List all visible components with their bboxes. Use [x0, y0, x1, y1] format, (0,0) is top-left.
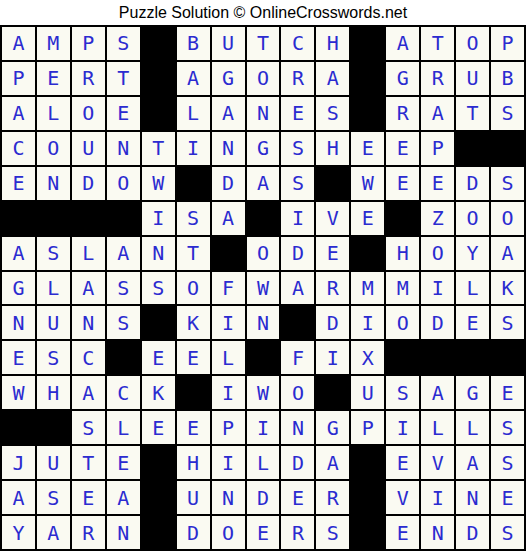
letter-cell-r3c12: R: [386, 97, 419, 130]
letter-cell-r5c1: E: [2, 167, 35, 200]
block-cell-r1c11: [351, 27, 384, 60]
letter-cell-r12c4: L: [107, 411, 140, 444]
letter-cell-r7c6: T: [177, 237, 210, 270]
title-bar: Puzzle Solution © OnlineCrosswords.net: [0, 0, 526, 25]
letter-cell-r15c15: S: [491, 516, 524, 549]
letter-cell-r14c13: I: [421, 481, 454, 514]
letter-cell-r5c9: S: [281, 167, 314, 200]
letter-cell-r10c11: X: [351, 341, 384, 374]
letter-cell-r8c13: I: [421, 272, 454, 305]
letter-cell-r7c15: A: [491, 237, 524, 270]
letter-cell-r12c7: P: [212, 411, 245, 444]
block-cell-r10c14: [456, 341, 489, 374]
letter-cell-r9c14: E: [456, 306, 489, 339]
letter-cell-r8c8: W: [247, 272, 280, 305]
letter-cell-r2c2: E: [37, 62, 70, 95]
letter-cell-r10c2: S: [37, 341, 70, 374]
letter-cell-r12c5: E: [142, 411, 175, 444]
block-cell-r11c10: [316, 376, 349, 409]
block-cell-r7c7: [212, 237, 245, 270]
letter-cell-r12c11: P: [351, 411, 384, 444]
block-cell-r13c5: [142, 446, 175, 479]
letter-cell-r10c9: F: [281, 341, 314, 374]
letter-cell-r5c11: W: [351, 167, 384, 200]
block-cell-r6c3: [72, 202, 105, 235]
letter-cell-r14c3: E: [72, 481, 105, 514]
letter-cell-r12c8: I: [247, 411, 280, 444]
letter-cell-r2c14: U: [456, 62, 489, 95]
letter-cell-r1c3: P: [72, 27, 105, 60]
letter-cell-r10c7: L: [212, 341, 245, 374]
letter-cell-r7c10: E: [316, 237, 349, 270]
letter-cell-r5c8: A: [247, 167, 280, 200]
letter-cell-r4c12: E: [386, 132, 419, 165]
letter-cell-r7c9: D: [281, 237, 314, 270]
letter-cell-r1c4: S: [107, 27, 140, 60]
letter-cell-r15c3: R: [72, 516, 105, 549]
letter-cell-r15c1: Y: [2, 516, 35, 549]
letter-cell-r8c10: R: [316, 272, 349, 305]
letter-cell-r1c2: M: [37, 27, 70, 60]
letter-cell-r14c9: E: [281, 481, 314, 514]
letter-cell-r8c1: G: [2, 272, 35, 305]
letter-cell-r7c8: O: [247, 237, 280, 270]
letter-cell-r9c8: N: [247, 306, 280, 339]
letter-cell-r3c14: T: [456, 97, 489, 130]
block-cell-r10c4: [107, 341, 140, 374]
block-cell-r10c12: [386, 341, 419, 374]
letter-cell-r9c7: I: [212, 306, 245, 339]
letter-cell-r11c3: A: [72, 376, 105, 409]
letter-cell-r8c2: L: [37, 272, 70, 305]
letter-cell-r7c1: A: [2, 237, 35, 270]
block-cell-r5c10: [316, 167, 349, 200]
letter-cell-r13c10: A: [316, 446, 349, 479]
letter-cell-r3c1: A: [2, 97, 35, 130]
letter-cell-r5c12: E: [386, 167, 419, 200]
letter-cell-r5c13: E: [421, 167, 454, 200]
letter-cell-r14c15: E: [491, 481, 524, 514]
letter-cell-r2c9: R: [281, 62, 314, 95]
letter-cell-r3c3: O: [72, 97, 105, 130]
letter-cell-r8c12: M: [386, 272, 419, 305]
letter-cell-r14c14: N: [456, 481, 489, 514]
letter-cell-r6c14: O: [456, 202, 489, 235]
letter-cell-r11c15: E: [491, 376, 524, 409]
letter-cell-r2c4: T: [107, 62, 140, 95]
block-cell-r2c5: [142, 62, 175, 95]
letter-cell-r8c6: O: [177, 272, 210, 305]
letter-cell-r12c10: G: [316, 411, 349, 444]
letter-cell-r14c7: N: [212, 481, 245, 514]
letter-cell-r14c8: D: [247, 481, 280, 514]
letter-cell-r2c6: A: [177, 62, 210, 95]
letter-cell-r14c10: R: [316, 481, 349, 514]
letter-cell-r4c1: C: [2, 132, 35, 165]
letter-cell-r15c13: N: [421, 516, 454, 549]
letter-cell-r2c13: R: [421, 62, 454, 95]
letter-cell-r11c8: W: [247, 376, 280, 409]
letter-cell-r3c2: L: [37, 97, 70, 130]
letter-cell-r2c3: R: [72, 62, 105, 95]
block-cell-r3c11: [351, 97, 384, 130]
letter-cell-r11c7: I: [212, 376, 245, 409]
letter-cell-r1c1: A: [2, 27, 35, 60]
block-cell-r2c11: [351, 62, 384, 95]
block-cell-r3c5: [142, 97, 175, 130]
letter-cell-r7c2: S: [37, 237, 70, 270]
letter-cell-r13c2: U: [37, 446, 70, 479]
letter-cell-r12c14: L: [456, 411, 489, 444]
letter-cell-r5c15: S: [491, 167, 524, 200]
letter-cell-r9c4: S: [107, 306, 140, 339]
letter-cell-r9c2: U: [37, 306, 70, 339]
letter-cell-r13c15: S: [491, 446, 524, 479]
block-cell-r4c14: [456, 132, 489, 165]
letter-cell-r4c9: S: [281, 132, 314, 165]
letter-cell-r3c8: N: [247, 97, 280, 130]
letter-cell-r10c1: E: [2, 341, 35, 374]
block-cell-r6c8: [247, 202, 280, 235]
letter-cell-r9c6: K: [177, 306, 210, 339]
letter-cell-r2c7: G: [212, 62, 245, 95]
letter-cell-r11c2: H: [37, 376, 70, 409]
letter-cell-r2c12: G: [386, 62, 419, 95]
letter-cell-r11c14: G: [456, 376, 489, 409]
letter-cell-r6c15: O: [491, 202, 524, 235]
letter-cell-r6c13: Z: [421, 202, 454, 235]
letter-cell-r8c15: K: [491, 272, 524, 305]
letter-cell-r3c15: S: [491, 97, 524, 130]
letter-cell-r5c2: N: [37, 167, 70, 200]
block-cell-r6c1: [2, 202, 35, 235]
letter-cell-r7c5: N: [142, 237, 175, 270]
block-cell-r14c11: [351, 481, 384, 514]
letter-cell-r11c13: A: [421, 376, 454, 409]
letter-cell-r4c10: H: [316, 132, 349, 165]
letter-cell-r6c7: A: [212, 202, 245, 235]
letter-cell-r12c6: E: [177, 411, 210, 444]
letter-cell-r7c4: A: [107, 237, 140, 270]
letter-cell-r10c3: C: [72, 341, 105, 374]
letter-cell-r2c15: B: [491, 62, 524, 95]
letter-cell-r9c15: S: [491, 306, 524, 339]
letter-cell-r6c11: E: [351, 202, 384, 235]
block-cell-r10c13: [421, 341, 454, 374]
letter-cell-r1c10: H: [316, 27, 349, 60]
letter-cell-r15c4: N: [107, 516, 140, 549]
block-cell-r15c11: [351, 516, 384, 549]
letter-cell-r11c1: W: [2, 376, 35, 409]
block-cell-r4c15: [491, 132, 524, 165]
letter-cell-r12c9: N: [281, 411, 314, 444]
letter-cell-r15c2: A: [37, 516, 70, 549]
letter-cell-r9c13: D: [421, 306, 454, 339]
letter-cell-r7c14: Y: [456, 237, 489, 270]
letter-cell-r7c12: H: [386, 237, 419, 270]
letter-cell-r5c14: D: [456, 167, 489, 200]
letter-cell-r1c15: P: [491, 27, 524, 60]
letter-cell-r8c3: A: [72, 272, 105, 305]
letter-cell-r8c11: M: [351, 272, 384, 305]
letter-cell-r5c3: D: [72, 167, 105, 200]
letter-cell-r13c3: T: [72, 446, 105, 479]
block-cell-r6c4: [107, 202, 140, 235]
letter-cell-r5c5: W: [142, 167, 175, 200]
letter-cell-r13c8: L: [247, 446, 280, 479]
letter-cell-r11c9: O: [281, 376, 314, 409]
letter-cell-r15c10: S: [316, 516, 349, 549]
letter-cell-r14c12: V: [386, 481, 419, 514]
block-cell-r12c1: [2, 411, 35, 444]
letter-cell-r1c6: B: [177, 27, 210, 60]
page-title: Puzzle Solution © OnlineCrosswords.net: [119, 4, 407, 22]
letter-cell-r11c4: C: [107, 376, 140, 409]
letter-cell-r8c14: L: [456, 272, 489, 305]
letter-cell-r10c5: E: [142, 341, 175, 374]
block-cell-r10c8: [247, 341, 280, 374]
letter-cell-r4c11: E: [351, 132, 384, 165]
letter-cell-r15c12: E: [386, 516, 419, 549]
letter-cell-r6c6: S: [177, 202, 210, 235]
letter-cell-r11c5: K: [142, 376, 175, 409]
letter-cell-r15c7: O: [212, 516, 245, 549]
letter-cell-r12c15: S: [491, 411, 524, 444]
puzzle-solution-page: Puzzle Solution © OnlineCrosswords.net A…: [0, 0, 526, 551]
letter-cell-r13c1: J: [2, 446, 35, 479]
letter-cell-r3c10: S: [316, 97, 349, 130]
letter-cell-r4c13: P: [421, 132, 454, 165]
letter-cell-r5c7: D: [212, 167, 245, 200]
letter-cell-r4c3: U: [72, 132, 105, 165]
letter-cell-r1c7: U: [212, 27, 245, 60]
letter-cell-r3c13: A: [421, 97, 454, 130]
letter-cell-r7c3: L: [72, 237, 105, 270]
letter-cell-r15c14: D: [456, 516, 489, 549]
letter-cell-r1c14: O: [456, 27, 489, 60]
letter-cell-r4c4: N: [107, 132, 140, 165]
letter-cell-r6c9: I: [281, 202, 314, 235]
letter-cell-r11c12: S: [386, 376, 419, 409]
letter-cell-r8c4: S: [107, 272, 140, 305]
letter-cell-r1c12: A: [386, 27, 419, 60]
letter-cell-r5c4: O: [107, 167, 140, 200]
letter-cell-r3c9: E: [281, 97, 314, 130]
block-cell-r11c6: [177, 376, 210, 409]
letter-cell-r13c7: I: [212, 446, 245, 479]
letter-cell-r4c5: T: [142, 132, 175, 165]
letter-cell-r13c12: E: [386, 446, 419, 479]
letter-cell-r6c10: V: [316, 202, 349, 235]
letter-cell-r15c9: R: [281, 516, 314, 549]
letter-cell-r2c8: O: [247, 62, 280, 95]
block-cell-r6c12: [386, 202, 419, 235]
letter-cell-r13c4: E: [107, 446, 140, 479]
letter-cell-r9c1: N: [2, 306, 35, 339]
letter-cell-r1c9: C: [281, 27, 314, 60]
block-cell-r13c11: [351, 446, 384, 479]
letter-cell-r4c8: G: [247, 132, 280, 165]
letter-cell-r8c7: F: [212, 272, 245, 305]
letter-cell-r1c8: T: [247, 27, 280, 60]
letter-cell-r6c5: I: [142, 202, 175, 235]
letter-cell-r15c8: E: [247, 516, 280, 549]
letter-cell-r7c13: O: [421, 237, 454, 270]
letter-cell-r9c12: O: [386, 306, 419, 339]
letter-cell-r14c4: A: [107, 481, 140, 514]
letter-cell-r3c4: E: [107, 97, 140, 130]
block-cell-r9c5: [142, 306, 175, 339]
letter-cell-r13c14: A: [456, 446, 489, 479]
letter-cell-r4c7: N: [212, 132, 245, 165]
letter-cell-r3c6: L: [177, 97, 210, 130]
letter-cell-r9c10: D: [316, 306, 349, 339]
letter-cell-r13c13: V: [421, 446, 454, 479]
letter-cell-r10c10: I: [316, 341, 349, 374]
letter-cell-r2c1: P: [2, 62, 35, 95]
block-cell-r6c2: [37, 202, 70, 235]
block-cell-r9c9: [281, 306, 314, 339]
letter-cell-r12c3: S: [72, 411, 105, 444]
letter-cell-r14c6: U: [177, 481, 210, 514]
crossword-grid: AMPSBUTCHATOPPERTAGORAGRUBALOELANESRATSC…: [0, 25, 526, 551]
letter-cell-r8c5: S: [142, 272, 175, 305]
block-cell-r15c5: [142, 516, 175, 549]
letter-cell-r9c3: N: [72, 306, 105, 339]
letter-cell-r10c6: E: [177, 341, 210, 374]
letter-cell-r12c12: I: [386, 411, 419, 444]
block-cell-r12c2: [37, 411, 70, 444]
letter-cell-r1c13: T: [421, 27, 454, 60]
letter-cell-r11c11: U: [351, 376, 384, 409]
block-cell-r1c5: [142, 27, 175, 60]
block-cell-r10c15: [491, 341, 524, 374]
letter-cell-r12c13: L: [421, 411, 454, 444]
letter-cell-r13c6: H: [177, 446, 210, 479]
letter-cell-r14c2: S: [37, 481, 70, 514]
block-cell-r14c5: [142, 481, 175, 514]
block-cell-r7c11: [351, 237, 384, 270]
letter-cell-r8c9: A: [281, 272, 314, 305]
letter-cell-r15c6: D: [177, 516, 210, 549]
letter-cell-r13c9: D: [281, 446, 314, 479]
letter-cell-r3c7: A: [212, 97, 245, 130]
letter-cell-r4c2: O: [37, 132, 70, 165]
letter-cell-r9c11: I: [351, 306, 384, 339]
letter-cell-r14c1: A: [2, 481, 35, 514]
letter-cell-r2c10: A: [316, 62, 349, 95]
letter-cell-r4c6: I: [177, 132, 210, 165]
block-cell-r5c6: [177, 167, 210, 200]
